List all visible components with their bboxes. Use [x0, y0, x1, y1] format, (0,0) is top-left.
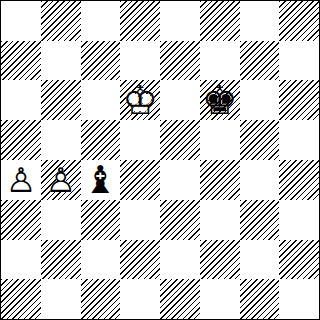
- square-f7[interactable]: [200, 41, 240, 81]
- square-f4[interactable]: [200, 160, 240, 200]
- square-b2[interactable]: [41, 240, 81, 280]
- square-h4[interactable]: [279, 160, 319, 200]
- square-e5[interactable]: [160, 120, 200, 160]
- white-king: ♚♔: [122, 80, 158, 120]
- square-c4[interactable]: ♝: [81, 160, 121, 200]
- black-king-glyph: ♚: [202, 80, 238, 120]
- square-g1[interactable]: [240, 279, 280, 319]
- white-pawn-glyph: ♙: [6, 163, 36, 197]
- square-e3[interactable]: [160, 200, 200, 240]
- square-b3[interactable]: [41, 200, 81, 240]
- square-h6[interactable]: [279, 80, 319, 120]
- square-f6[interactable]: ♚: [200, 80, 240, 120]
- square-e8[interactable]: [160, 1, 200, 41]
- chess-board: ♚♔♚♟♙♟♙♝: [0, 0, 320, 320]
- square-c3[interactable]: [81, 200, 121, 240]
- square-d1[interactable]: [120, 279, 160, 319]
- square-b6[interactable]: [41, 80, 81, 120]
- square-a7[interactable]: [1, 41, 41, 81]
- square-h7[interactable]: [279, 41, 319, 81]
- square-d7[interactable]: [120, 41, 160, 81]
- square-f2[interactable]: [200, 240, 240, 280]
- square-e2[interactable]: [160, 240, 200, 280]
- square-g2[interactable]: [240, 240, 280, 280]
- square-f8[interactable]: [200, 1, 240, 41]
- square-d8[interactable]: [120, 1, 160, 41]
- square-a5[interactable]: [1, 120, 41, 160]
- square-b5[interactable]: [41, 120, 81, 160]
- square-d6[interactable]: ♚♔: [120, 80, 160, 120]
- square-b8[interactable]: [41, 1, 81, 41]
- square-f5[interactable]: [200, 120, 240, 160]
- square-h2[interactable]: [279, 240, 319, 280]
- square-c6[interactable]: [81, 80, 121, 120]
- square-f3[interactable]: [200, 200, 240, 240]
- square-f1[interactable]: [200, 279, 240, 319]
- square-b4[interactable]: ♟♙: [41, 160, 81, 200]
- square-a1[interactable]: [1, 279, 41, 319]
- square-e1[interactable]: [160, 279, 200, 319]
- white-pawn: ♟♙: [45, 163, 75, 197]
- square-h3[interactable]: [279, 200, 319, 240]
- white-pawn-glyph: ♙: [45, 163, 75, 197]
- black-bishop-glyph: ♝: [83, 161, 117, 199]
- square-c2[interactable]: [81, 240, 121, 280]
- square-a2[interactable]: [1, 240, 41, 280]
- square-h1[interactable]: [279, 279, 319, 319]
- square-g4[interactable]: [240, 160, 280, 200]
- square-e4[interactable]: [160, 160, 200, 200]
- square-g6[interactable]: [240, 80, 280, 120]
- square-h8[interactable]: [279, 1, 319, 41]
- square-c7[interactable]: [81, 41, 121, 81]
- black-king: ♚: [202, 80, 238, 120]
- square-a4[interactable]: ♟♙: [1, 160, 41, 200]
- square-d2[interactable]: [120, 240, 160, 280]
- square-d3[interactable]: [120, 200, 160, 240]
- white-king-glyph: ♔: [122, 80, 158, 120]
- square-a8[interactable]: [1, 1, 41, 41]
- square-g5[interactable]: [240, 120, 280, 160]
- square-b7[interactable]: [41, 41, 81, 81]
- square-h5[interactable]: [279, 120, 319, 160]
- square-g3[interactable]: [240, 200, 280, 240]
- square-c8[interactable]: [81, 1, 121, 41]
- white-pawn: ♟♙: [6, 163, 36, 197]
- square-a3[interactable]: [1, 200, 41, 240]
- square-e7[interactable]: [160, 41, 200, 81]
- square-c5[interactable]: [81, 120, 121, 160]
- square-g7[interactable]: [240, 41, 280, 81]
- square-g8[interactable]: [240, 1, 280, 41]
- square-d5[interactable]: [120, 120, 160, 160]
- black-bishop: ♝: [83, 161, 117, 199]
- square-c1[interactable]: [81, 279, 121, 319]
- square-e6[interactable]: [160, 80, 200, 120]
- square-d4[interactable]: [120, 160, 160, 200]
- square-b1[interactable]: [41, 279, 81, 319]
- square-a6[interactable]: [1, 80, 41, 120]
